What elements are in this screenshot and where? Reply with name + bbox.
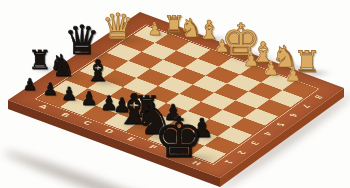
piece-white-pawn[interactable]: ♟ bbox=[243, 51, 259, 69]
piece-black-pawn[interactable]: ♟ bbox=[23, 77, 37, 93]
piece-black-pawn[interactable]: ♟ bbox=[61, 85, 77, 103]
chess-set-product-photo: ABCDEFGH 12345678 ♜♟♞♝♛♟♛♚♝♟♞♜♜♟♞♟♝♟♟♟♟♟… bbox=[0, 0, 350, 188]
piece-white-pawn[interactable]: ♟ bbox=[285, 66, 301, 84]
piece-white-pawn[interactable]: ♟ bbox=[148, 22, 162, 38]
pieces-layer: ♜♟♞♝♛♟♛♚♝♟♞♜♜♟♞♟♝♟♟♟♟♟♟♜♟♝♞♟♚ bbox=[0, 0, 350, 188]
piece-white-pawn[interactable]: ♟ bbox=[263, 60, 279, 78]
piece-black-king[interactable]: ♚ bbox=[154, 110, 204, 166]
piece-white-queen[interactable]: ♛ bbox=[102, 9, 134, 45]
piece-black-pawn[interactable]: ♟ bbox=[80, 89, 97, 108]
piece-black-knight[interactable]: ♞ bbox=[49, 51, 76, 81]
piece-black-bishop[interactable]: ♝ bbox=[85, 56, 112, 86]
piece-black-pawn[interactable]: ♟ bbox=[42, 81, 57, 98]
